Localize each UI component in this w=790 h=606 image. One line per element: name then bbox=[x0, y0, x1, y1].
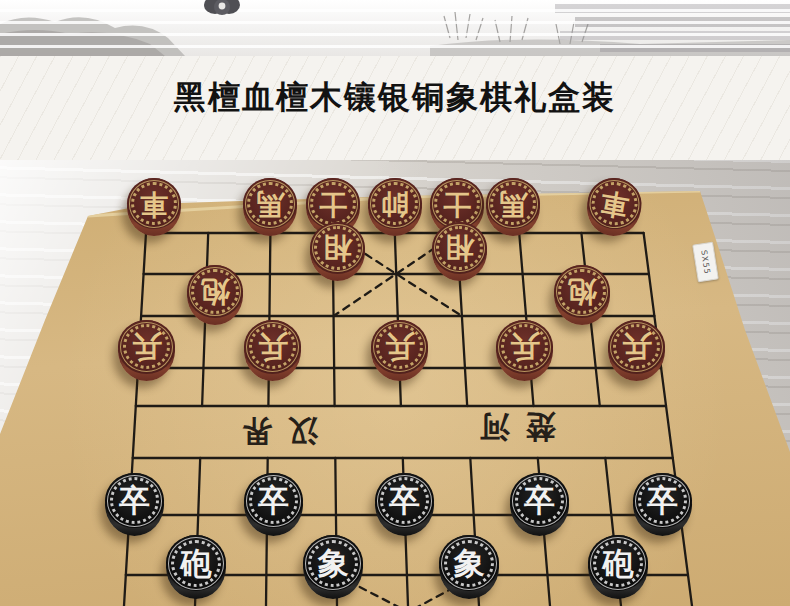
piece-face: 兵 bbox=[371, 320, 428, 374]
product-page: 黑檀血檀木镶银铜象棋礼盒装 汉界 楚河 SX55 車馬士帥士馬車相相炮炮兵兵兵兵… bbox=[0, 0, 790, 606]
piece-red-r2f6: 相 bbox=[432, 222, 487, 281]
piece-red-r4f7: 兵 bbox=[496, 320, 553, 381]
piece-face: 卒 bbox=[633, 473, 692, 528]
piece-character: 兵 bbox=[132, 332, 162, 362]
piece-red-r1f5: 帥 bbox=[368, 178, 422, 236]
piece-face: 象 bbox=[439, 535, 499, 591]
piece-character: 炮 bbox=[201, 277, 230, 306]
piece-black-r8f8: 砲 bbox=[588, 535, 648, 599]
piece-character: 砲 bbox=[181, 548, 212, 579]
piece-red-r4f1: 兵 bbox=[118, 320, 175, 381]
piece-black-r7f9: 卒 bbox=[633, 473, 692, 536]
piece-character: 車 bbox=[598, 187, 630, 219]
piece-black-r8f4: 象 bbox=[303, 535, 363, 599]
piece-black-r8f2: 砲 bbox=[166, 535, 226, 599]
piece-character: 車 bbox=[140, 190, 168, 218]
piece-character: 兵 bbox=[385, 332, 415, 362]
piece-face: 象 bbox=[303, 535, 363, 591]
piece-character: 象 bbox=[454, 548, 485, 579]
piece-face: 卒 bbox=[244, 473, 303, 528]
piece-red-r4f3: 兵 bbox=[244, 320, 301, 381]
piece-character: 帥 bbox=[381, 190, 409, 218]
piece-face: 卒 bbox=[510, 473, 569, 528]
piece-black-r7f7: 卒 bbox=[510, 473, 569, 536]
piece-character: 卒 bbox=[258, 485, 289, 516]
piece-face: 馬 bbox=[486, 178, 540, 229]
sticker-label: SX55 bbox=[699, 249, 712, 275]
brand-emblem-icon bbox=[203, 0, 241, 19]
piece-character: 相 bbox=[445, 233, 474, 262]
piece-character: 卒 bbox=[119, 485, 150, 516]
piece-face: 卒 bbox=[105, 473, 164, 528]
piece-character: 象 bbox=[318, 548, 349, 579]
piece-face: 兵 bbox=[608, 320, 665, 374]
piece-red-r4f5: 兵 bbox=[371, 320, 428, 381]
piece-red-r2f4: 相 bbox=[310, 222, 365, 281]
piece-character: 炮 bbox=[568, 277, 597, 306]
piece-black-r8f6: 象 bbox=[439, 535, 499, 599]
piece-character: 卒 bbox=[524, 485, 555, 516]
piece-character: 卒 bbox=[647, 485, 678, 516]
piece-face: 相 bbox=[432, 222, 487, 274]
piece-face: 相 bbox=[310, 222, 365, 274]
piece-character: 兵 bbox=[622, 332, 652, 362]
piece-character: 相 bbox=[323, 233, 352, 262]
piece-character: 馬 bbox=[256, 190, 284, 218]
piece-face: 卒 bbox=[375, 473, 434, 528]
piece-face: 炮 bbox=[554, 265, 610, 318]
piece-face: 馬 bbox=[243, 178, 297, 229]
river-label-left: 汉界 bbox=[205, 410, 355, 451]
piece-red-r4f9: 兵 bbox=[608, 320, 665, 381]
piece-character: 士 bbox=[319, 190, 347, 218]
piece-black-r7f1: 卒 bbox=[105, 473, 164, 536]
piece-face: 砲 bbox=[588, 535, 648, 591]
piece-red-r1f3: 馬 bbox=[243, 178, 297, 236]
river-label-right: 楚河 bbox=[443, 406, 593, 447]
piece-face: 砲 bbox=[166, 535, 226, 591]
piece-red-r1f7: 馬 bbox=[486, 178, 540, 236]
piece-character: 砲 bbox=[603, 548, 634, 579]
piece-face: 車 bbox=[127, 178, 181, 229]
piece-black-r7f3: 卒 bbox=[244, 473, 303, 536]
piece-face: 兵 bbox=[244, 320, 301, 374]
piece-face: 兵 bbox=[118, 320, 175, 374]
piece-face: 帥 bbox=[368, 178, 422, 229]
piece-character: 兵 bbox=[510, 332, 540, 362]
piece-character: 兵 bbox=[258, 332, 288, 362]
piece-character: 卒 bbox=[389, 485, 420, 516]
piece-red-r3f2: 炮 bbox=[187, 265, 243, 325]
piece-black-r7f5: 卒 bbox=[375, 473, 434, 536]
product-photo: 汉界 楚河 SX55 車馬士帥士馬車相相炮炮兵兵兵兵兵卒卒卒卒卒砲象象砲 bbox=[0, 160, 790, 606]
piece-red-r1f9: 車 bbox=[582, 174, 645, 240]
piece-red-r1f1: 車 bbox=[127, 178, 181, 236]
piece-face: 炮 bbox=[187, 265, 243, 318]
piece-red-r3f8: 炮 bbox=[554, 265, 610, 325]
piece-character: 士 bbox=[443, 190, 471, 218]
piece-character: 馬 bbox=[499, 190, 527, 218]
page-title: 黑檀血檀木镶银铜象棋礼盒装 bbox=[0, 76, 790, 120]
piece-face: 兵 bbox=[496, 320, 553, 374]
